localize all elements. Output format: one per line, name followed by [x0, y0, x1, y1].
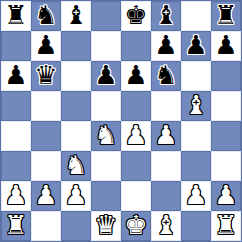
square-f3[interactable]	[151, 151, 181, 181]
piece-white-pawn[interactable]: ♟	[4, 182, 27, 208]
square-d2[interactable]	[91, 181, 121, 211]
square-h5[interactable]	[211, 91, 241, 121]
piece-black-pawn[interactable]: ♟	[154, 32, 177, 58]
square-f2[interactable]	[151, 181, 181, 211]
square-b3[interactable]	[31, 151, 61, 181]
piece-white-rook[interactable]: ♜	[4, 212, 27, 238]
piece-white-knight[interactable]: ♞	[94, 122, 117, 148]
square-f5[interactable]	[151, 91, 181, 121]
piece-white-pawn[interactable]: ♟	[214, 182, 237, 208]
piece-white-king[interactable]: ♚	[124, 212, 147, 238]
square-g7[interactable]: ♟	[181, 31, 211, 61]
square-b4[interactable]	[31, 121, 61, 151]
piece-black-rook[interactable]: ♜	[214, 2, 237, 28]
piece-black-queen[interactable]: ♛	[34, 62, 57, 88]
square-c4[interactable]	[61, 121, 91, 151]
square-e5[interactable]	[121, 91, 151, 121]
square-g5[interactable]: ♝	[181, 91, 211, 121]
square-c6[interactable]	[61, 61, 91, 91]
square-d7[interactable]	[91, 31, 121, 61]
square-h1[interactable]: ♜	[211, 211, 241, 241]
piece-black-pawn[interactable]: ♟	[214, 32, 237, 58]
square-a7[interactable]	[1, 31, 31, 61]
piece-black-pawn[interactable]: ♟	[4, 62, 27, 88]
piece-black-pawn[interactable]: ♟	[124, 62, 147, 88]
square-c7[interactable]	[61, 31, 91, 61]
square-h8[interactable]: ♜	[211, 1, 241, 31]
square-f8[interactable]: ♝	[151, 1, 181, 31]
piece-black-pawn[interactable]: ♟	[94, 62, 117, 88]
square-b7[interactable]: ♟	[31, 31, 61, 61]
square-e7[interactable]	[121, 31, 151, 61]
square-e6[interactable]: ♟	[121, 61, 151, 91]
square-e4[interactable]: ♟	[121, 121, 151, 151]
square-f6[interactable]: ♞	[151, 61, 181, 91]
piece-black-rook[interactable]: ♜	[4, 2, 27, 28]
square-h6[interactable]	[211, 61, 241, 91]
square-d8[interactable]	[91, 1, 121, 31]
square-h3[interactable]	[211, 151, 241, 181]
square-g1[interactable]	[181, 211, 211, 241]
piece-white-rook[interactable]: ♜	[214, 212, 237, 238]
square-a4[interactable]	[1, 121, 31, 151]
square-g6[interactable]	[181, 61, 211, 91]
square-a6[interactable]: ♟	[1, 61, 31, 91]
square-d1[interactable]: ♛	[91, 211, 121, 241]
piece-white-pawn[interactable]: ♟	[184, 182, 207, 208]
square-d5[interactable]	[91, 91, 121, 121]
square-h7[interactable]: ♟	[211, 31, 241, 61]
square-b1[interactable]	[31, 211, 61, 241]
piece-white-pawn[interactable]: ♟	[124, 122, 147, 148]
square-e2[interactable]	[121, 181, 151, 211]
square-d3[interactable]	[91, 151, 121, 181]
chess-board: ♜♞♝♚♝♜♟♟♟♟♟♛♟♟♞♝♞♟♟♞♟♟♟♟♟♜♛♚♝♜	[0, 0, 242, 242]
square-c1[interactable]	[61, 211, 91, 241]
piece-white-pawn[interactable]: ♟	[34, 182, 57, 208]
piece-white-pawn[interactable]: ♟	[64, 182, 87, 208]
square-f1[interactable]: ♝	[151, 211, 181, 241]
piece-black-king[interactable]: ♚	[124, 2, 147, 28]
piece-black-knight[interactable]: ♞	[34, 2, 57, 28]
piece-black-pawn[interactable]: ♟	[184, 32, 207, 58]
square-e1[interactable]: ♚	[121, 211, 151, 241]
square-c3[interactable]: ♞	[61, 151, 91, 181]
square-g8[interactable]	[181, 1, 211, 31]
square-a3[interactable]	[1, 151, 31, 181]
square-e3[interactable]	[121, 151, 151, 181]
piece-white-bishop[interactable]: ♝	[184, 92, 207, 118]
square-a5[interactable]	[1, 91, 31, 121]
square-f7[interactable]: ♟	[151, 31, 181, 61]
piece-black-pawn[interactable]: ♟	[34, 32, 57, 58]
piece-white-pawn[interactable]: ♟	[154, 122, 177, 148]
square-f4[interactable]: ♟	[151, 121, 181, 151]
square-c2[interactable]: ♟	[61, 181, 91, 211]
square-h2[interactable]: ♟	[211, 181, 241, 211]
square-d6[interactable]: ♟	[91, 61, 121, 91]
square-b2[interactable]: ♟	[31, 181, 61, 211]
square-h4[interactable]	[211, 121, 241, 151]
square-c8[interactable]: ♝	[61, 1, 91, 31]
square-c5[interactable]	[61, 91, 91, 121]
square-b5[interactable]	[31, 91, 61, 121]
piece-black-bishop[interactable]: ♝	[154, 2, 177, 28]
square-b8[interactable]: ♞	[31, 1, 61, 31]
square-d4[interactable]: ♞	[91, 121, 121, 151]
square-a8[interactable]: ♜	[1, 1, 31, 31]
piece-white-queen[interactable]: ♛	[94, 212, 117, 238]
piece-black-bishop[interactable]: ♝	[64, 2, 87, 28]
square-g3[interactable]	[181, 151, 211, 181]
piece-black-knight[interactable]: ♞	[154, 62, 177, 88]
piece-white-knight[interactable]: ♞	[64, 152, 87, 178]
square-a1[interactable]: ♜	[1, 211, 31, 241]
piece-white-bishop[interactable]: ♝	[154, 212, 177, 238]
square-g2[interactable]: ♟	[181, 181, 211, 211]
square-a2[interactable]: ♟	[1, 181, 31, 211]
square-g4[interactable]	[181, 121, 211, 151]
square-b6[interactable]: ♛	[31, 61, 61, 91]
square-e8[interactable]: ♚	[121, 1, 151, 31]
